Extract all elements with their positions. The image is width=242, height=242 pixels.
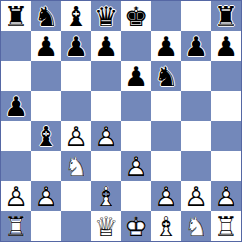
black-knight[interactable]: ♞: [151, 61, 181, 91]
white-pawn-outline: ♙: [61, 121, 91, 151]
white-bishop[interactable]: ♝♗: [91, 181, 121, 211]
white-pawn-outline: ♙: [31, 181, 61, 211]
square-b3[interactable]: [31, 151, 61, 181]
square-g2[interactable]: ♟♙: [181, 181, 211, 211]
square-a4[interactable]: [1, 121, 31, 151]
square-a5[interactable]: ♟: [1, 91, 31, 121]
white-rook[interactable]: ♜♖: [1, 211, 31, 241]
white-rook[interactable]: ♜♖: [211, 211, 241, 241]
white-pawn-outline: ♙: [211, 181, 241, 211]
black-pawn[interactable]: ♟: [91, 31, 121, 61]
square-g7[interactable]: ♟: [181, 31, 211, 61]
square-g5[interactable]: [181, 91, 211, 121]
black-bishop[interactable]: ♝: [61, 1, 91, 31]
white-king[interactable]: ♚♔: [121, 211, 151, 241]
black-king-glyph: ♚: [121, 1, 151, 31]
square-c5[interactable]: [61, 91, 91, 121]
white-bishop-outline: ♗: [91, 181, 121, 211]
square-a2[interactable]: ♟♙: [1, 181, 31, 211]
square-f6[interactable]: ♞: [151, 61, 181, 91]
white-pawn-outline: ♙: [181, 181, 211, 211]
white-pawn[interactable]: ♟♙: [31, 181, 61, 211]
square-g3[interactable]: [181, 151, 211, 181]
square-d1[interactable]: ♛♕: [91, 211, 121, 241]
black-pawn[interactable]: ♟: [121, 61, 151, 91]
square-g8[interactable]: [181, 1, 211, 31]
black-bishop-glyph: ♝: [61, 1, 91, 31]
white-pawn-outline: ♙: [1, 181, 31, 211]
white-rook-outline: ♖: [1, 211, 31, 241]
square-e8[interactable]: ♚: [121, 1, 151, 31]
black-rook[interactable]: ♜: [1, 1, 31, 31]
square-c8[interactable]: ♝: [61, 1, 91, 31]
square-f2[interactable]: ♟♙: [151, 181, 181, 211]
square-c6[interactable]: [61, 61, 91, 91]
square-c7[interactable]: ♟: [61, 31, 91, 61]
black-queen[interactable]: ♛: [91, 1, 121, 31]
square-a7[interactable]: [1, 31, 31, 61]
square-e6[interactable]: ♟: [121, 61, 151, 91]
square-f3[interactable]: [151, 151, 181, 181]
square-h1[interactable]: ♜♖: [211, 211, 241, 241]
square-d3[interactable]: [91, 151, 121, 181]
white-knight-outline: ♘: [61, 151, 91, 181]
black-bishop[interactable]: ♝: [31, 121, 61, 151]
white-pawn-outline: ♙: [121, 151, 151, 181]
square-a6[interactable]: [1, 61, 31, 91]
square-e7[interactable]: [121, 31, 151, 61]
square-b4[interactable]: ♝: [31, 121, 61, 151]
square-e1[interactable]: ♚♔: [121, 211, 151, 241]
square-b1[interactable]: [31, 211, 61, 241]
black-pawn-glyph: ♟: [151, 31, 181, 61]
square-c2[interactable]: [61, 181, 91, 211]
black-knight[interactable]: ♞: [31, 1, 61, 31]
white-queen[interactable]: ♛♕: [91, 211, 121, 241]
black-pawn[interactable]: ♟: [1, 91, 31, 121]
square-b5[interactable]: [31, 91, 61, 121]
square-a8[interactable]: ♜: [1, 1, 31, 31]
black-pawn-glyph: ♟: [91, 31, 121, 61]
square-h6[interactable]: [211, 61, 241, 91]
square-f1[interactable]: ♝♗: [151, 211, 181, 241]
square-d4[interactable]: ♟♙: [91, 121, 121, 151]
black-rook-glyph: ♜: [211, 1, 241, 31]
white-pawn[interactable]: ♟♙: [211, 181, 241, 211]
square-h5[interactable]: [211, 91, 241, 121]
white-bishop-outline: ♗: [151, 211, 181, 241]
black-pawn[interactable]: ♟: [151, 31, 181, 61]
square-d7[interactable]: ♟: [91, 31, 121, 61]
square-g4[interactable]: [181, 121, 211, 151]
square-b7[interactable]: ♟: [31, 31, 61, 61]
square-f7[interactable]: ♟: [151, 31, 181, 61]
black-pawn[interactable]: ♟: [211, 31, 241, 61]
square-d8[interactable]: ♛: [91, 1, 121, 31]
square-a1[interactable]: ♜♖: [1, 211, 31, 241]
chess-board: ♜♞♝♛♚♜♟♟♟♟♟♟♟♞♟♝♟♙♟♙♞♘♟♙♟♙♟♙♝♗♟♙♟♙♟♙♜♖♛♕…: [0, 0, 242, 242]
square-e4[interactable]: [121, 121, 151, 151]
square-d5[interactable]: [91, 91, 121, 121]
white-pawn[interactable]: ♟♙: [181, 181, 211, 211]
white-pawn[interactable]: ♟♙: [61, 121, 91, 151]
black-pawn[interactable]: ♟: [31, 31, 61, 61]
white-knight-outline: ♘: [181, 211, 211, 241]
white-pawn[interactable]: ♟♙: [1, 181, 31, 211]
black-pawn-glyph: ♟: [121, 61, 151, 91]
square-c4[interactable]: ♟♙: [61, 121, 91, 151]
black-pawn[interactable]: ♟: [181, 31, 211, 61]
square-a3[interactable]: [1, 151, 31, 181]
square-h7[interactable]: ♟: [211, 31, 241, 61]
square-f5[interactable]: [151, 91, 181, 121]
square-e3[interactable]: ♟♙: [121, 151, 151, 181]
white-knight[interactable]: ♞♘: [181, 211, 211, 241]
white-queen-outline: ♕: [91, 211, 121, 241]
square-b8[interactable]: ♞: [31, 1, 61, 31]
square-h4[interactable]: [211, 121, 241, 151]
black-king[interactable]: ♚: [121, 1, 151, 31]
black-pawn-glyph: ♟: [31, 31, 61, 61]
black-knight-glyph: ♞: [151, 61, 181, 91]
black-pawn-glyph: ♟: [1, 91, 31, 121]
black-knight-glyph: ♞: [31, 1, 61, 31]
square-b2[interactable]: ♟♙: [31, 181, 61, 211]
black-queen-glyph: ♛: [91, 1, 121, 31]
square-h8[interactable]: ♜: [211, 1, 241, 31]
square-d2[interactable]: ♝♗: [91, 181, 121, 211]
white-pawn[interactable]: ♟♙: [151, 181, 181, 211]
black-pawn-glyph: ♟: [211, 31, 241, 61]
white-pawn-outline: ♙: [91, 121, 121, 151]
chess-board-container: ♜♞♝♛♚♜♟♟♟♟♟♟♟♞♟♝♟♙♟♙♞♘♟♙♟♙♟♙♝♗♟♙♟♙♟♙♜♖♛♕…: [0, 0, 242, 242]
square-c1[interactable]: [61, 211, 91, 241]
white-knight[interactable]: ♞♘: [61, 151, 91, 181]
black-pawn[interactable]: ♟: [61, 31, 91, 61]
square-e5[interactable]: [121, 91, 151, 121]
white-pawn-outline: ♙: [151, 181, 181, 211]
white-king-outline: ♔: [121, 211, 151, 241]
square-e2[interactable]: [121, 181, 151, 211]
square-c3[interactable]: ♞♘: [61, 151, 91, 181]
square-f4[interactable]: [151, 121, 181, 151]
white-pawn[interactable]: ♟♙: [121, 151, 151, 181]
white-pawn[interactable]: ♟♙: [91, 121, 121, 151]
white-bishop[interactable]: ♝♗: [151, 211, 181, 241]
square-g6[interactable]: [181, 61, 211, 91]
black-rook-glyph: ♜: [1, 1, 31, 31]
black-rook[interactable]: ♜: [211, 1, 241, 31]
black-bishop-glyph: ♝: [31, 121, 61, 151]
black-pawn-glyph: ♟: [61, 31, 91, 61]
white-rook-outline: ♖: [211, 211, 241, 241]
black-pawn-glyph: ♟: [181, 31, 211, 61]
square-d6[interactable]: [91, 61, 121, 91]
square-h2[interactable]: ♟♙: [211, 181, 241, 211]
square-g1[interactable]: ♞♘: [181, 211, 211, 241]
square-b6[interactable]: [31, 61, 61, 91]
square-h3[interactable]: [211, 151, 241, 181]
square-f8[interactable]: [151, 1, 181, 31]
